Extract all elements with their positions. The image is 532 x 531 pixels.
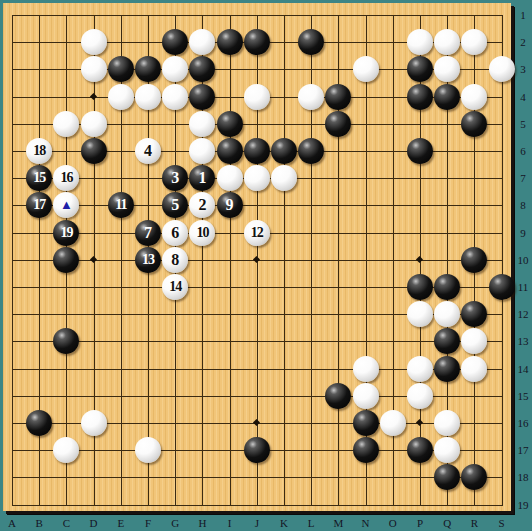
stone-I5 <box>217 111 243 137</box>
stone-K7 <box>271 165 297 191</box>
stone-M4 <box>325 84 351 110</box>
stone-Q18 <box>434 464 460 490</box>
stone-E8: 11 <box>108 192 134 218</box>
stone-I7 <box>217 165 243 191</box>
move-number: 16 <box>60 171 72 185</box>
stone-F17 <box>135 437 161 463</box>
stone-R5 <box>461 111 487 137</box>
stone-D3 <box>81 56 107 82</box>
move-number: 9 <box>226 197 234 213</box>
col-label-J: J <box>249 517 265 529</box>
row-label-9: 9 <box>514 227 532 239</box>
stone-H3 <box>189 56 215 82</box>
move-number: 6 <box>171 225 179 241</box>
row-label-15: 15 <box>514 390 532 402</box>
col-label-M: M <box>330 517 346 529</box>
col-label-N: N <box>358 517 374 529</box>
stone-Q14 <box>434 356 460 382</box>
move-number: 13 <box>142 253 154 267</box>
stone-F10: 13 <box>135 247 161 273</box>
stone-S3 <box>489 56 515 82</box>
row-label-16: 16 <box>514 417 532 429</box>
grid-line <box>12 505 503 506</box>
go-app-window: { "game": "go", "board": { "size": 19, "… <box>0 0 532 531</box>
stone-R2 <box>461 29 487 55</box>
stone-F6: 4 <box>135 138 161 164</box>
col-label-B: B <box>31 517 47 529</box>
move-number: 10 <box>196 226 208 240</box>
stone-S11 <box>489 274 515 300</box>
stone-Q13 <box>434 328 460 354</box>
move-number: 5 <box>171 197 179 213</box>
move-number: 14 <box>169 280 181 294</box>
stone-L6 <box>298 138 324 164</box>
row-label-14: 14 <box>514 363 532 375</box>
stone-J6 <box>244 138 270 164</box>
stone-Q3 <box>434 56 460 82</box>
col-label-R: R <box>466 517 482 529</box>
row-label-1: 1 <box>514 9 532 21</box>
stone-P14 <box>407 356 433 382</box>
stone-Q11 <box>434 274 460 300</box>
move-number: 19 <box>60 226 72 240</box>
stone-C7: 16 <box>53 165 79 191</box>
stone-I2 <box>217 29 243 55</box>
move-number: 8 <box>171 252 179 268</box>
move-number: 1 <box>198 170 206 186</box>
stone-J17 <box>244 437 270 463</box>
stone-G2 <box>162 29 188 55</box>
stone-J4 <box>244 84 270 110</box>
stone-G3 <box>162 56 188 82</box>
stone-D6 <box>81 138 107 164</box>
stone-C13 <box>53 328 79 354</box>
move-number: 2 <box>198 197 206 213</box>
stone-F4 <box>135 84 161 110</box>
stone-F9: 7 <box>135 220 161 246</box>
row-label-7: 7 <box>514 172 532 184</box>
row-label-13: 13 <box>514 335 532 347</box>
stone-E3 <box>108 56 134 82</box>
stone-H8: 2 <box>189 192 215 218</box>
stone-H7: 1 <box>189 165 215 191</box>
row-label-10: 10 <box>514 254 532 266</box>
move-number: 3 <box>171 170 179 186</box>
stone-N17 <box>353 437 379 463</box>
stone-P3 <box>407 56 433 82</box>
stone-Q4 <box>434 84 460 110</box>
stone-P12 <box>407 301 433 327</box>
stone-P6 <box>407 138 433 164</box>
move-number: 12 <box>251 226 263 240</box>
row-label-11: 11 <box>514 281 532 293</box>
stone-G11: 14 <box>162 274 188 300</box>
stone-C10 <box>53 247 79 273</box>
stone-I6 <box>217 138 243 164</box>
stone-C9: 19 <box>53 220 79 246</box>
stone-H2 <box>189 29 215 55</box>
stone-C5 <box>53 111 79 137</box>
col-label-H: H <box>194 517 210 529</box>
stone-B8: 17 <box>26 192 52 218</box>
stone-N16 <box>353 410 379 436</box>
col-label-O: O <box>385 517 401 529</box>
triangle-marker: ▲ <box>60 198 73 211</box>
row-label-3: 3 <box>514 63 532 75</box>
grid-line <box>284 15 285 506</box>
row-label-18: 18 <box>514 471 532 483</box>
stone-J2 <box>244 29 270 55</box>
stone-Q17 <box>434 437 460 463</box>
move-number: 7 <box>144 225 152 241</box>
stone-D2 <box>81 29 107 55</box>
stone-L2 <box>298 29 324 55</box>
stone-I8: 9 <box>217 192 243 218</box>
stone-B6: 18 <box>26 138 52 164</box>
stone-P15 <box>407 383 433 409</box>
stone-J9: 12 <box>244 220 270 246</box>
stone-P11 <box>407 274 433 300</box>
col-label-I: I <box>222 517 238 529</box>
stone-C8: ▲ <box>53 192 79 218</box>
stone-H4 <box>189 84 215 110</box>
stone-G7: 3 <box>162 165 188 191</box>
stone-D16 <box>81 410 107 436</box>
stone-R18 <box>461 464 487 490</box>
stone-H9: 10 <box>189 220 215 246</box>
col-label-K: K <box>276 517 292 529</box>
stone-H5 <box>189 111 215 137</box>
move-number: 17 <box>33 198 45 212</box>
stone-P17 <box>407 437 433 463</box>
stone-R13 <box>461 328 487 354</box>
stone-D5 <box>81 111 107 137</box>
col-label-A: A <box>4 517 20 529</box>
stone-P4 <box>407 84 433 110</box>
row-label-17: 17 <box>514 444 532 456</box>
stone-N14 <box>353 356 379 382</box>
row-label-6: 6 <box>514 145 532 157</box>
stone-H6 <box>189 138 215 164</box>
stone-B7: 15 <box>26 165 52 191</box>
stone-G9: 6 <box>162 220 188 246</box>
grid-line <box>502 15 503 506</box>
stone-J7 <box>244 165 270 191</box>
stone-G8: 5 <box>162 192 188 218</box>
stone-N15 <box>353 383 379 409</box>
col-label-D: D <box>86 517 102 529</box>
grid-line <box>12 341 503 342</box>
col-label-F: F <box>140 517 156 529</box>
col-label-Q: Q <box>439 517 455 529</box>
stone-Q12 <box>434 301 460 327</box>
stone-Q2 <box>434 29 460 55</box>
move-number: 11 <box>115 198 126 212</box>
stone-M15 <box>325 383 351 409</box>
col-label-G: G <box>167 517 183 529</box>
stone-N3 <box>353 56 379 82</box>
stone-M5 <box>325 111 351 137</box>
row-label-4: 4 <box>514 91 532 103</box>
stone-O16 <box>380 410 406 436</box>
stone-C17 <box>53 437 79 463</box>
stone-E4 <box>108 84 134 110</box>
stone-F3 <box>135 56 161 82</box>
stone-K6 <box>271 138 297 164</box>
stone-P2 <box>407 29 433 55</box>
stone-B16 <box>26 410 52 436</box>
row-label-19: 19 <box>514 499 532 511</box>
stone-R4 <box>461 84 487 110</box>
row-label-8: 8 <box>514 199 532 211</box>
row-label-12: 12 <box>514 308 532 320</box>
stone-Q16 <box>434 410 460 436</box>
move-number: 18 <box>33 144 45 158</box>
grid-line <box>12 477 503 478</box>
row-label-5: 5 <box>514 118 532 130</box>
col-label-C: C <box>58 517 74 529</box>
col-label-P: P <box>412 517 428 529</box>
col-label-S: S <box>494 517 510 529</box>
stone-R14 <box>461 356 487 382</box>
move-number: 15 <box>33 171 45 185</box>
stone-L4 <box>298 84 324 110</box>
col-label-E: E <box>113 517 129 529</box>
move-number: 4 <box>144 143 152 159</box>
stone-G4 <box>162 84 188 110</box>
stone-G10: 8 <box>162 247 188 273</box>
row-label-2: 2 <box>514 36 532 48</box>
col-label-L: L <box>303 517 319 529</box>
stone-R12 <box>461 301 487 327</box>
stone-R10 <box>461 247 487 273</box>
